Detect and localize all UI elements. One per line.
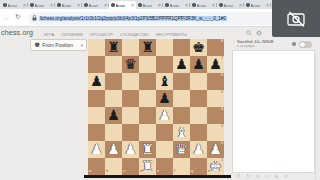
- square-b2[interactable]: ♟: [105, 141, 122, 158]
- tab-title: Анал: [89, 3, 104, 8]
- square-a4[interactable]: [88, 107, 105, 124]
- tab-favicon: [138, 3, 142, 7]
- tab-favicon: [165, 3, 169, 7]
- action-icon[interactable]: ↺: [236, 174, 240, 179]
- action-icon[interactable]: □: [265, 174, 268, 179]
- square-f4[interactable]: [173, 107, 190, 124]
- square-h3[interactable]: 3: [207, 124, 224, 141]
- piece-black-queen[interactable]: ♛: [122, 56, 139, 73]
- square-h1[interactable]: ♚1h: [207, 158, 224, 175]
- tab-close-icon[interactable]: ×: [23, 3, 26, 8]
- search-icon[interactable]: [246, 30, 252, 36]
- action-icon[interactable]: ∗: [274, 174, 278, 179]
- square-c7[interactable]: ♛: [122, 56, 139, 73]
- square-c3[interactable]: [122, 124, 139, 141]
- square-a7[interactable]: [88, 56, 105, 73]
- variant-select[interactable]: ♚ From Position ▾: [30, 39, 87, 51]
- square-g2[interactable]: ♟: [190, 141, 207, 158]
- engine-settings-icon[interactable]: [292, 42, 296, 46]
- rank-label: 2: [221, 142, 223, 146]
- gear-icon[interactable]: [256, 30, 262, 36]
- square-b3[interactable]: [105, 124, 122, 141]
- tab-title: Анал: [8, 3, 23, 8]
- browser-tab[interactable]: Анал×: [1, 1, 28, 9]
- browser-tab[interactable]: Анал×: [163, 1, 190, 9]
- tab-favicon: [246, 3, 250, 7]
- square-b4[interactable]: ♟: [105, 107, 122, 124]
- browser-tab[interactable]: Анал×: [136, 1, 163, 9]
- browser-tab[interactable]: Анал×: [82, 1, 109, 9]
- square-c6[interactable]: [122, 73, 139, 90]
- square-a1[interactable]: a: [88, 158, 105, 175]
- browser-tab[interactable]: Анал×: [217, 1, 244, 9]
- lock-icon: [32, 15, 37, 21]
- engine-subtitle: в браузере: [237, 44, 274, 48]
- file-label: g: [191, 170, 193, 174]
- square-h8[interactable]: 8: [207, 39, 224, 56]
- square-g4[interactable]: [190, 107, 207, 124]
- tab-favicon: [57, 3, 61, 7]
- square-g5[interactable]: [190, 90, 207, 107]
- rank-label: 8: [221, 40, 223, 44]
- tab-title: Анал: [197, 3, 212, 8]
- action-icon[interactable]: ↻: [246, 174, 250, 179]
- file-label: h: [208, 170, 210, 174]
- square-f5[interactable]: [173, 90, 190, 107]
- header-icons: [246, 30, 262, 36]
- main-nav: ИГРАОБУЧЕНИЕПРОСМОТРСООБЩЕСТВОИНСТРУМЕНТ…: [44, 32, 187, 37]
- tab-favicon: [30, 3, 34, 7]
- square-d8[interactable]: ♜: [139, 39, 156, 56]
- square-a5[interactable]: [88, 90, 105, 107]
- camera-off-icon: [285, 10, 307, 28]
- file-label: f: [174, 170, 175, 174]
- tab-title: Анал: [35, 3, 50, 8]
- square-e4[interactable]: ♟: [156, 107, 173, 124]
- piece-white-pawn[interactable]: ♟: [88, 141, 105, 158]
- square-h6[interactable]: 6: [207, 73, 224, 90]
- square-a6[interactable]: ♟: [88, 73, 105, 90]
- board-bottom-strip: [84, 175, 231, 178]
- tab-favicon: [111, 3, 115, 7]
- piece-white-pawn[interactable]: ♟: [122, 141, 139, 158]
- reload-icon[interactable]: ↻: [15, 14, 20, 21]
- tab-favicon: [84, 3, 88, 7]
- square-b8[interactable]: ♜: [105, 39, 122, 56]
- tab-favicon: [219, 3, 223, 7]
- file-label: e: [157, 170, 159, 174]
- nav-item[interactable]: ИНСТРУМЕНТЫ: [156, 32, 187, 37]
- rank-label: 1: [221, 159, 223, 163]
- square-g3[interactable]: [190, 124, 207, 141]
- rank-label: 3: [221, 125, 223, 129]
- square-c2[interactable]: ♟: [122, 141, 139, 158]
- tab-favicon: [3, 3, 7, 7]
- square-f7[interactable]: ♟: [173, 56, 190, 73]
- square-g7[interactable]: ♟: [190, 56, 207, 73]
- tab-title: Анал: [251, 3, 266, 8]
- square-c8[interactable]: [122, 39, 139, 56]
- piece-black-pawn[interactable]: ♟: [190, 56, 207, 73]
- browser-tab[interactable]: Анал×: [109, 1, 136, 9]
- square-c1[interactable]: c: [122, 158, 139, 175]
- square-d2[interactable]: ♜: [139, 141, 156, 158]
- square-d3[interactable]: [139, 124, 156, 141]
- file-label: a: [89, 170, 91, 174]
- piece-black-king[interactable]: ♚: [190, 39, 207, 56]
- nav-item[interactable]: ПРОСМОТР: [90, 32, 113, 37]
- chess-board: ♜♜♚8♛♟♟♟7♟♝6♟5♟♟4♝3♟♟♟♜♛♟♟2abc♜defg♚1h: [88, 39, 224, 175]
- toggle-knob: [300, 42, 305, 47]
- rank-label: 6: [221, 74, 223, 78]
- site-logo[interactable]: chess.org: [1, 29, 33, 36]
- move-list-panel: [232, 50, 315, 173]
- capture-blocked-overlay: [272, 0, 320, 37]
- rank-label: 4: [221, 108, 223, 112]
- tab-close-icon[interactable]: ×: [104, 3, 107, 8]
- browser-tab[interactable]: Анал×: [244, 1, 271, 9]
- piece-black-rook[interactable]: ♜: [105, 39, 122, 56]
- tab-close-icon[interactable]: ×: [131, 3, 134, 8]
- tab-close-icon[interactable]: ×: [212, 3, 215, 8]
- square-h7[interactable]: ♟7: [207, 56, 224, 73]
- engine-toggle[interactable]: [299, 41, 312, 48]
- square-e5[interactable]: ♟: [156, 90, 173, 107]
- square-g1[interactable]: g: [190, 158, 207, 175]
- tab-close-icon[interactable]: ×: [50, 3, 53, 8]
- tab-close-icon[interactable]: ×: [158, 3, 161, 8]
- square-f6[interactable]: [173, 73, 190, 90]
- rank-label: 7: [221, 57, 223, 61]
- rank-label: 5: [221, 91, 223, 95]
- square-e6[interactable]: ♝: [156, 73, 173, 90]
- square-h2[interactable]: ♟2: [207, 141, 224, 158]
- tab-title: Анал: [170, 3, 185, 8]
- nav-item[interactable]: ИГРА: [44, 32, 54, 37]
- square-e3[interactable]: [156, 124, 173, 141]
- square-e8[interactable]: [156, 39, 173, 56]
- tab-favicon: [192, 3, 196, 7]
- address-bar[interactable]: lichess.org/analysis/1r1r2k1/2q2ppp/p3b3…: [28, 12, 312, 25]
- king-icon: ♚: [34, 42, 40, 49]
- square-b5[interactable]: [105, 90, 122, 107]
- piece-black-pawn[interactable]: ♟: [156, 90, 173, 107]
- square-a3[interactable]: [88, 124, 105, 141]
- square-e2[interactable]: [156, 141, 173, 158]
- square-d6[interactable]: [139, 73, 156, 90]
- browser-tab[interactable]: Анал×: [190, 1, 217, 9]
- chevron-down-icon: ▾: [81, 43, 83, 48]
- piece-white-pawn[interactable]: ♟: [190, 141, 207, 158]
- square-h4[interactable]: 4: [207, 107, 224, 124]
- square-d5[interactable]: [139, 90, 156, 107]
- variant-label: From Position: [42, 42, 78, 48]
- square-f1[interactable]: f: [173, 158, 190, 175]
- tab-title: Анал: [224, 3, 239, 8]
- piece-white-pawn[interactable]: ♟: [156, 107, 173, 124]
- piece-black-bishop[interactable]: ♝: [156, 73, 173, 90]
- file-label: b: [106, 170, 108, 174]
- file-label: d: [140, 170, 142, 174]
- back-icon[interactable]: ←: [4, 14, 11, 21]
- square-g6[interactable]: [190, 73, 207, 90]
- analysis-action-bar: ↺↻≡□∗×: [236, 174, 287, 179]
- tab-title: Анал: [143, 3, 158, 8]
- scrollbar[interactable]: [315, 54, 320, 180]
- url-text: lichess.org/analysis/1r1r2k1/2q2ppp/p3b3…: [39, 16, 227, 21]
- square-c4[interactable]: [122, 107, 139, 124]
- square-f8[interactable]: [173, 39, 190, 56]
- square-d1[interactable]: ♜d: [139, 158, 156, 175]
- browser-tab[interactable]: Анал×: [55, 1, 82, 9]
- tab-title: Анал: [62, 3, 77, 8]
- piece-white-bishop[interactable]: ♝: [173, 124, 190, 141]
- square-a8[interactable]: [88, 39, 105, 56]
- square-a2[interactable]: ♟: [88, 141, 105, 158]
- square-e7[interactable]: [156, 56, 173, 73]
- square-b7[interactable]: [105, 56, 122, 73]
- square-h5[interactable]: 5: [207, 90, 224, 107]
- engine-info: Stockfish 14+ NNUE в браузере: [237, 39, 274, 48]
- piece-white-rook[interactable]: ♜: [139, 141, 156, 158]
- action-icon[interactable]: ×: [285, 174, 288, 179]
- square-c5[interactable]: [122, 90, 139, 107]
- action-icon[interactable]: ≡: [256, 174, 259, 179]
- piece-black-pawn[interactable]: ♟: [173, 56, 190, 73]
- tab-close-icon[interactable]: ×: [185, 3, 188, 8]
- square-g8[interactable]: ♚: [190, 39, 207, 56]
- tab-close-icon[interactable]: ×: [266, 3, 269, 8]
- square-f2[interactable]: ♛: [173, 141, 190, 158]
- square-f3[interactable]: ♝: [173, 124, 190, 141]
- lichess-page: chess.org ИГРАОБУЧЕНИЕПРОСМОТРСООБЩЕСТВО…: [0, 27, 320, 180]
- square-d7[interactable]: [139, 56, 156, 73]
- square-e1[interactable]: e: [156, 158, 173, 175]
- tab-close-icon[interactable]: ×: [239, 3, 242, 8]
- piece-white-pawn[interactable]: ♟: [105, 141, 122, 158]
- tab-close-icon[interactable]: ×: [77, 3, 80, 8]
- square-b1[interactable]: b: [105, 158, 122, 175]
- square-b6[interactable]: [105, 73, 122, 90]
- nav-item[interactable]: ОБУЧЕНИЕ: [61, 32, 83, 37]
- browser-tab[interactable]: Анал×: [28, 1, 55, 9]
- piece-black-pawn[interactable]: ♟: [105, 107, 122, 124]
- square-d4[interactable]: [139, 107, 156, 124]
- piece-black-rook[interactable]: ♜: [139, 39, 156, 56]
- file-label: c: [123, 170, 125, 174]
- piece-black-pawn[interactable]: ♟: [88, 73, 105, 90]
- piece-white-queen[interactable]: ♛: [173, 141, 190, 158]
- tab-title: Анал: [116, 3, 131, 8]
- nav-item[interactable]: СООБЩЕСТВО: [120, 32, 149, 37]
